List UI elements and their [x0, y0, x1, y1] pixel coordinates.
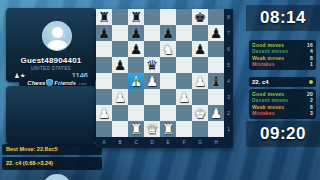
square-a7[interactable]: ♟: [96, 25, 112, 41]
move-quality-dot-icon: [309, 80, 313, 84]
square-b1[interactable]: [112, 121, 128, 137]
square-h1[interactable]: [208, 121, 224, 137]
square-b4[interactable]: [112, 73, 128, 89]
square-h6[interactable]: [208, 41, 224, 57]
square-g2[interactable]: ♚: [192, 105, 208, 121]
mistakes-value: 3: [310, 110, 313, 116]
square-f4[interactable]: [176, 73, 192, 89]
avatar-head-icon: [52, 27, 63, 38]
square-f8[interactable]: [176, 9, 192, 25]
played-move-eval-text: 22. c4 (0.68->3.24): [2, 157, 102, 170]
black-king-g8[interactable]: ♚: [192, 9, 208, 25]
square-c2[interactable]: [128, 105, 144, 121]
rank-label-5: 5: [224, 57, 233, 73]
white-rook-e1[interactable]: ♜: [160, 121, 176, 137]
black-pawn-c6[interactable]: ♟: [128, 41, 144, 57]
rank-label-8: 8: [224, 9, 233, 25]
square-a2[interactable]: ♟: [96, 105, 112, 121]
top-player-stats-box: Good moves16 Decent moves4 Weak moves8 M…: [249, 40, 316, 70]
square-a6[interactable]: [96, 41, 112, 57]
white-pawn-a2[interactable]: ♟: [96, 105, 112, 121]
rank-label-6: 6: [224, 41, 233, 57]
square-e1[interactable]: ♜: [160, 121, 176, 137]
square-d4[interactable]: ♟: [144, 73, 160, 89]
white-pawn-d4[interactable]: ♟: [144, 73, 160, 89]
square-f1[interactable]: [176, 121, 192, 137]
black-pawn-b5[interactable]: ♟: [112, 57, 128, 73]
square-h8[interactable]: [208, 9, 224, 25]
black-queen-d5[interactable]: ♛: [144, 57, 160, 73]
best-move-text: Best Move: 22.Bxc5: [2, 144, 102, 155]
square-b7[interactable]: [112, 25, 128, 41]
square-d3[interactable]: [144, 89, 160, 105]
square-c6[interactable]: ♟: [128, 41, 144, 57]
square-d7[interactable]: [144, 25, 160, 41]
white-king-g2[interactable]: ♚: [192, 105, 208, 121]
square-b3[interactable]: ♟: [112, 89, 128, 105]
top-player-name: Guest48904401: [6, 56, 96, 65]
square-f2[interactable]: [176, 105, 192, 121]
rank-label-7: 7: [224, 25, 233, 41]
rank-label-3: 3: [224, 89, 233, 105]
square-h5[interactable]: [208, 57, 224, 73]
mistakes-label: Mistakes: [252, 110, 275, 116]
square-f6[interactable]: [176, 41, 192, 57]
square-g7[interactable]: [192, 25, 208, 41]
square-f5[interactable]: [176, 57, 192, 73]
square-b8[interactable]: [112, 9, 128, 25]
white-queen-d1[interactable]: ♛: [144, 121, 160, 137]
white-rook-c1[interactable]: ♜: [128, 121, 144, 137]
top-player-avatar: [42, 21, 72, 51]
mistakes-value: 1: [310, 61, 313, 67]
square-a5[interactable]: [96, 57, 112, 73]
bottom-player-stats-box: Good moves20 Decent moves2 Weak moves8 M…: [249, 89, 316, 119]
file-label-f: F: [176, 137, 192, 148]
square-d2[interactable]: [144, 105, 160, 121]
square-g5[interactable]: [192, 57, 208, 73]
square-e2[interactable]: [160, 105, 176, 121]
square-e4[interactable]: [160, 73, 176, 89]
current-move-indicator[interactable]: 22. c4: [249, 77, 316, 87]
rank-label-4: 4: [224, 73, 233, 89]
mistakes-label: Mistakes: [252, 61, 275, 67]
square-c7[interactable]: ♟: [128, 25, 144, 41]
square-e7[interactable]: ♟: [160, 25, 176, 41]
black-pawn-c7[interactable]: ♟: [128, 25, 144, 41]
square-a1[interactable]: [96, 121, 112, 137]
best-move-strip: Best Move: 22.Bxc5: [2, 144, 102, 155]
white-pawn-h2[interactable]: ♟: [208, 105, 224, 121]
square-c8[interactable]: ♜: [128, 9, 144, 25]
rank-labels: 87654321: [224, 9, 233, 137]
file-label-a: A: [96, 137, 112, 148]
black-rook-a8[interactable]: ♜: [96, 9, 112, 25]
black-rook-c8[interactable]: ♜: [128, 9, 144, 25]
square-b2[interactable]: [112, 105, 128, 121]
square-h7[interactable]: ♟: [208, 25, 224, 41]
square-g3[interactable]: [192, 89, 208, 105]
file-label-b: B: [112, 137, 128, 148]
rank-label-1: 1: [224, 121, 233, 137]
square-e5[interactable]: [160, 57, 176, 73]
top-player-card: Guest48904401 UNITED STATES ♟★ 1146 Ches…: [6, 8, 96, 82]
white-knight-e6[interactable]: ♞: [160, 41, 176, 57]
black-pawn-h7[interactable]: ♟: [208, 25, 224, 41]
bottom-player-clock: 09:20: [246, 121, 320, 147]
bottom-player-card: KingEshwar UNITED STATES ♟★ 1254: [6, 86, 96, 144]
square-b5[interactable]: ♟: [112, 57, 128, 73]
white-pawn-b3[interactable]: ♟: [112, 89, 128, 105]
square-c4[interactable]: ♟↑: [128, 73, 144, 89]
logo-text-com: .com: [78, 81, 87, 86]
top-player-clock: 08:14: [246, 5, 320, 31]
played-move-eval-strip: 22. c4 (0.68->3.24): [2, 157, 102, 170]
square-d6[interactable]: [144, 41, 160, 57]
square-h4[interactable]: ♝: [208, 73, 224, 89]
square-c1[interactable]: ♜: [128, 121, 144, 137]
square-e3[interactable]: [160, 89, 176, 105]
file-label-c: C: [128, 137, 144, 148]
black-pawn-e7[interactable]: ♟: [160, 25, 176, 41]
white-pawn-f3[interactable]: ♟: [176, 89, 192, 105]
rank-label-2: 2: [224, 105, 233, 121]
square-c5[interactable]: [128, 57, 144, 73]
square-g8[interactable]: ♚: [192, 9, 208, 25]
board-container: ♜♜♚♟♟♟♟♟♞♟♟♛♟↑♟♟♝♟♟♟♚♟♜♛♜ ABCDEFGH 87654…: [96, 9, 233, 148]
last-move-arrow-icon: ↑: [128, 73, 144, 89]
white-pawn-g4[interactable]: ♟: [192, 73, 208, 89]
black-pawn-a7[interactable]: ♟: [96, 25, 112, 41]
file-label-e: E: [160, 137, 176, 148]
square-e6[interactable]: ♞: [160, 41, 176, 57]
square-a3[interactable]: [96, 89, 112, 105]
square-d1[interactable]: ♛: [144, 121, 160, 137]
square-f7[interactable]: [176, 25, 192, 41]
square-g6[interactable]: ♟: [192, 41, 208, 57]
black-pawn-g6[interactable]: ♟: [192, 41, 208, 57]
square-a4[interactable]: [96, 73, 112, 89]
square-c3[interactable]: [128, 89, 144, 105]
file-label-h: H: [208, 137, 224, 148]
square-b6[interactable]: [112, 41, 128, 57]
file-labels: ABCDEFGH: [96, 137, 224, 148]
square-h3[interactable]: [208, 89, 224, 105]
square-h2[interactable]: ♟: [208, 105, 224, 121]
square-d8[interactable]: [144, 9, 160, 25]
square-a8[interactable]: ♜: [96, 9, 112, 25]
square-d5[interactable]: ♛: [144, 57, 160, 73]
file-label-d: D: [144, 137, 160, 148]
square-g1[interactable]: [192, 121, 208, 137]
chess-board[interactable]: ♜♜♚♟♟♟♟♟♞♟♟♛♟↑♟♟♝♟♟♟♚♟♜♛♜: [96, 9, 224, 137]
current-move-text: 22. c4: [252, 77, 269, 87]
square-g4[interactable]: ♟: [192, 73, 208, 89]
file-label-g: G: [192, 137, 208, 148]
avatar-torso-icon: [47, 40, 68, 51]
square-e8[interactable]: [160, 9, 176, 25]
square-f3[interactable]: ♟: [176, 89, 192, 105]
black-bishop-h4[interactable]: ♝: [208, 73, 224, 89]
